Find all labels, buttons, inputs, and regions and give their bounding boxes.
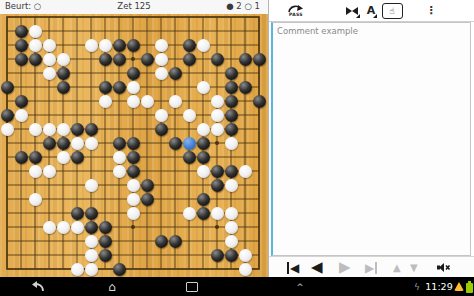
overflow-icon: ⋮ bbox=[426, 4, 437, 17]
white-stone bbox=[127, 179, 140, 192]
white-stone bbox=[225, 235, 238, 248]
black-stone bbox=[127, 151, 140, 164]
white-stone bbox=[225, 221, 238, 234]
wifi-fan-shape bbox=[454, 282, 464, 291]
white-stone bbox=[127, 95, 140, 108]
down-icon: ▼ bbox=[410, 263, 418, 273]
skip-to-end-icon: ▶ bbox=[365, 262, 377, 274]
black-stone bbox=[99, 221, 112, 234]
white-stone bbox=[169, 95, 182, 108]
white-stone bbox=[43, 165, 56, 178]
black-stone bbox=[99, 81, 112, 94]
black-stone bbox=[225, 109, 238, 122]
black-stone bbox=[29, 151, 42, 164]
black-stone bbox=[141, 179, 154, 192]
black-stone bbox=[85, 207, 98, 220]
black-stone bbox=[183, 53, 196, 66]
black-stone bbox=[1, 109, 14, 122]
white-stone bbox=[183, 109, 196, 122]
comment-input[interactable]: Comment example bbox=[271, 22, 471, 256]
white-stone bbox=[211, 207, 224, 220]
black-stone bbox=[225, 81, 238, 94]
white-stone bbox=[99, 95, 112, 108]
black-stone bbox=[169, 235, 182, 248]
white-stone bbox=[225, 179, 238, 192]
up-icon: ▲ bbox=[393, 263, 401, 273]
black-stone bbox=[127, 67, 140, 80]
side-panel: PASS A ☝ ⋮ Comment example ◀ ◀ ▶ bbox=[268, 0, 474, 277]
black-stone bbox=[57, 67, 70, 80]
white-stone bbox=[15, 109, 28, 122]
black-stone bbox=[71, 123, 84, 136]
pointer-hand-icon: ☝ bbox=[389, 6, 394, 16]
white-stone bbox=[57, 53, 70, 66]
white-stone bbox=[155, 39, 168, 52]
variation-down-button[interactable]: ▼ bbox=[410, 257, 418, 278]
white-stone bbox=[43, 123, 56, 136]
capture-counts: ● 2 ○ 1 bbox=[226, 1, 260, 11]
black-stone bbox=[57, 137, 70, 150]
black-stone bbox=[155, 123, 168, 136]
white-stone bbox=[57, 123, 70, 136]
pass-button[interactable]: PASS bbox=[281, 0, 311, 21]
comment-text: Comment example bbox=[277, 26, 358, 36]
white-stone-icon: ○ bbox=[244, 1, 251, 11]
black-stone bbox=[43, 137, 56, 150]
white-stone bbox=[29, 123, 42, 136]
black-stone bbox=[85, 221, 98, 234]
white-stone bbox=[197, 39, 210, 52]
black-stone bbox=[113, 53, 126, 66]
black-stone bbox=[15, 95, 28, 108]
mute-speaker-icon bbox=[437, 262, 451, 273]
white-stone bbox=[43, 53, 56, 66]
black-stone bbox=[211, 53, 224, 66]
black-stone bbox=[29, 53, 42, 66]
black-stone bbox=[1, 81, 14, 94]
white-stone bbox=[85, 263, 98, 276]
white-stone bbox=[29, 25, 42, 38]
selected-tool-frame: ☝ bbox=[382, 3, 403, 19]
white-stone bbox=[155, 53, 168, 66]
white-stone bbox=[71, 263, 84, 276]
white-stone bbox=[197, 165, 210, 178]
white-stone bbox=[71, 221, 84, 234]
black-stone bbox=[99, 53, 112, 66]
black-stone bbox=[113, 263, 126, 276]
black-stone bbox=[197, 207, 210, 220]
pointer-tool-button[interactable]: ☝ bbox=[381, 0, 403, 21]
black-stone bbox=[183, 39, 196, 52]
black-stone bbox=[239, 53, 252, 66]
white-stone bbox=[29, 39, 42, 52]
back-button[interactable] bbox=[28, 277, 48, 296]
white-stone bbox=[239, 165, 252, 178]
recents-icon bbox=[186, 282, 198, 292]
white-stone bbox=[225, 207, 238, 220]
next-icon: ▶ bbox=[339, 260, 351, 275]
dropdown-corner-icon bbox=[373, 14, 377, 18]
black-stone bbox=[183, 151, 196, 164]
white-stone bbox=[225, 137, 238, 150]
white-stone bbox=[43, 221, 56, 234]
black-stone bbox=[211, 249, 224, 262]
white-stone bbox=[127, 81, 140, 94]
black-stone bbox=[141, 53, 154, 66]
black-stone bbox=[99, 249, 112, 262]
white-stone bbox=[99, 39, 112, 52]
black-stone bbox=[85, 123, 98, 136]
white-stone bbox=[155, 109, 168, 122]
black-stone bbox=[15, 151, 28, 164]
statusbar-expand-caret[interactable]: ^ bbox=[292, 277, 308, 296]
last-move-button[interactable]: ▶ bbox=[365, 257, 377, 278]
black-stone bbox=[225, 165, 238, 178]
mute-button[interactable] bbox=[437, 257, 451, 278]
white-stone bbox=[57, 221, 70, 234]
black-stone bbox=[57, 81, 70, 94]
move-navigation-bar: ◀ ◀ ▶ ▶ ▲ ▼ bbox=[269, 256, 474, 278]
skip-to-start-icon: ◀ bbox=[287, 262, 299, 274]
black-stone bbox=[71, 207, 84, 220]
black-stone bbox=[155, 235, 168, 248]
white-stone bbox=[211, 109, 224, 122]
black-stone bbox=[253, 53, 266, 66]
black-stone bbox=[253, 95, 266, 108]
white-stone bbox=[1, 123, 14, 136]
white-stone bbox=[43, 67, 56, 80]
pass-label: PASS bbox=[289, 12, 303, 17]
white-capture-count: 1 bbox=[252, 1, 260, 11]
black-stone bbox=[239, 81, 252, 94]
battery-icon bbox=[465, 277, 474, 296]
black-stone bbox=[113, 39, 126, 52]
wifi-icon bbox=[453, 277, 465, 296]
next-move-button[interactable]: ▶ bbox=[339, 257, 351, 278]
dropdown-corner-icon bbox=[356, 14, 360, 18]
label-tool-button[interactable]: A bbox=[364, 0, 378, 21]
black-stone bbox=[113, 81, 126, 94]
black-stone bbox=[127, 39, 140, 52]
black-stone bbox=[225, 123, 238, 136]
white-stone bbox=[113, 165, 126, 178]
white-stone bbox=[211, 95, 224, 108]
black-capture-count: 2 bbox=[234, 1, 245, 11]
app-screen: Beurt: ○ Zet 125 ● 2 ○ 1 PASS A bbox=[0, 0, 474, 296]
variation-up-button[interactable]: ▲ bbox=[393, 257, 401, 278]
white-stone bbox=[85, 235, 98, 248]
jump-to-move-button[interactable] bbox=[343, 0, 361, 21]
white-stone bbox=[127, 207, 140, 220]
back-icon bbox=[31, 281, 45, 293]
notification-icon: ϟ bbox=[412, 277, 422, 296]
white-stone bbox=[85, 39, 98, 52]
white-stone bbox=[43, 39, 56, 52]
black-stone bbox=[71, 151, 84, 164]
caret-icon: ^ bbox=[296, 282, 304, 292]
black-stone bbox=[169, 67, 182, 80]
black-stone-icon: ● bbox=[226, 1, 233, 11]
white-stone bbox=[127, 193, 140, 206]
white-stone bbox=[239, 249, 252, 262]
black-stone bbox=[141, 193, 154, 206]
recents-button[interactable] bbox=[182, 277, 202, 296]
clock: 11:29 bbox=[424, 277, 454, 296]
white-stone bbox=[29, 193, 42, 206]
white-stone bbox=[85, 249, 98, 262]
white-stone bbox=[57, 151, 70, 164]
notification-glyph: ϟ bbox=[414, 282, 420, 292]
home-icon: ⌂ bbox=[108, 280, 116, 294]
black-stone bbox=[211, 179, 224, 192]
white-stone bbox=[85, 179, 98, 192]
white-stone bbox=[113, 151, 126, 164]
toolbar: PASS A ☝ ⋮ bbox=[269, 0, 474, 22]
white-stone bbox=[155, 67, 168, 80]
black-stone bbox=[197, 137, 210, 150]
white-stone bbox=[183, 207, 196, 220]
previous-icon: ◀ bbox=[311, 260, 323, 275]
white-stone bbox=[29, 165, 42, 178]
home-button[interactable]: ⌂ bbox=[102, 277, 122, 296]
black-stone bbox=[15, 53, 28, 66]
black-stone bbox=[99, 235, 112, 248]
game-info-bar: Beurt: ○ Zet 125 ● 2 ○ 1 bbox=[0, 0, 268, 15]
black-stone bbox=[225, 249, 238, 262]
go-board[interactable] bbox=[0, 14, 268, 277]
black-stone bbox=[113, 137, 126, 150]
black-stone bbox=[15, 25, 28, 38]
black-stone bbox=[225, 95, 238, 108]
white-stone bbox=[197, 81, 210, 94]
previous-move-button[interactable]: ◀ bbox=[311, 257, 323, 278]
white-stone bbox=[239, 263, 252, 276]
android-system-bar: ⌂ ^ ϟ 11:29 bbox=[0, 277, 474, 296]
black-stone bbox=[211, 165, 224, 178]
black-stone bbox=[225, 67, 238, 80]
black-stone bbox=[127, 165, 140, 178]
black-stone bbox=[197, 151, 210, 164]
black-stone bbox=[127, 137, 140, 150]
white-stone bbox=[211, 123, 224, 136]
stones-layer bbox=[0, 14, 268, 277]
battery-body bbox=[466, 283, 473, 293]
white-stone bbox=[85, 137, 98, 150]
white-stone bbox=[71, 137, 84, 150]
first-move-button[interactable]: ◀ bbox=[287, 257, 299, 278]
overflow-menu-button[interactable]: ⋮ bbox=[425, 0, 437, 21]
black-stone bbox=[15, 39, 28, 52]
black-stone bbox=[169, 137, 182, 150]
white-stone bbox=[197, 123, 210, 136]
black-stone bbox=[197, 193, 210, 206]
white-stone bbox=[141, 95, 154, 108]
last-move-stone bbox=[183, 137, 196, 150]
